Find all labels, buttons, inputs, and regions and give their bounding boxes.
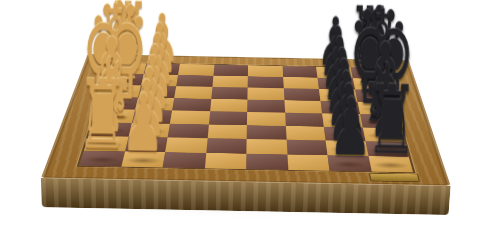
square	[174, 86, 212, 99]
square	[212, 76, 248, 88]
photo-canvas: ♜♟♟♜♞♟♟♞♝♟♟♝♛♟♟♛♚♟♟♚♝♟♟♝♞♟♟♞♜♟♟♜	[0, 0, 500, 249]
square	[287, 154, 330, 170]
square	[213, 65, 248, 76]
square	[168, 124, 209, 139]
square: ♜	[368, 156, 413, 172]
square	[172, 98, 211, 111]
square	[284, 100, 322, 113]
scene: ♜♟♟♜♞♟♟♞♝♟♟♝♛♟♟♛♚♟♟♚♝♟♟♝♞♟♟♞♜♟♟♜	[0, 0, 500, 249]
white-pawn: ♟	[121, 83, 165, 163]
square	[248, 76, 284, 88]
black-rook: ♜	[365, 72, 418, 168]
square	[246, 154, 288, 170]
square	[210, 99, 248, 112]
square	[282, 66, 317, 78]
square	[283, 88, 320, 101]
square	[247, 88, 284, 101]
square	[170, 111, 210, 125]
board-front-edge	[41, 178, 451, 215]
chess-board: ♜♟♟♜♞♟♟♞♝♟♟♝♛♟♟♛♚♟♟♚♝♟♟♝♞♟♟♞♜♟♟♜	[41, 54, 451, 186]
board-grid: ♜♟♟♜♞♟♟♞♝♟♟♝♛♟♟♛♚♟♟♚♝♟♟♝♞♟♟♞♜♟♟♜	[79, 63, 413, 172]
square	[211, 87, 248, 100]
square	[207, 124, 247, 139]
square	[286, 140, 327, 155]
square	[176, 75, 213, 87]
square: ♟	[121, 151, 165, 167]
square	[163, 152, 206, 168]
square	[246, 139, 287, 154]
square	[178, 64, 214, 75]
square	[247, 125, 286, 140]
square	[248, 65, 283, 76]
square	[206, 138, 247, 153]
square	[204, 153, 246, 169]
square	[247, 112, 285, 126]
square	[165, 137, 207, 152]
square	[208, 111, 247, 125]
square: ♜	[79, 150, 124, 166]
square	[283, 77, 319, 89]
square	[285, 126, 325, 141]
square	[247, 99, 284, 112]
square	[285, 113, 324, 127]
brass-plaque	[369, 173, 420, 182]
